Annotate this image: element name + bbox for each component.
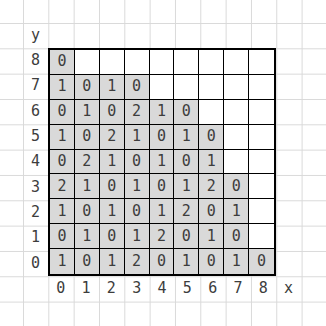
cell-empty xyxy=(249,50,274,75)
cell-value: 0 xyxy=(50,50,75,75)
col-labels: 012345678 xyxy=(48,276,276,301)
x-axis-label: x xyxy=(276,276,301,301)
cell-empty xyxy=(150,75,175,100)
cell-empty xyxy=(249,125,274,150)
cell-value: 0 xyxy=(199,249,224,274)
cell-value: 0 xyxy=(125,150,150,175)
y-tick-label: 3 xyxy=(23,175,48,200)
cell-value: 1 xyxy=(50,199,75,224)
cell-value: 0 xyxy=(75,249,100,274)
cell-value: 0 xyxy=(150,174,175,199)
cell-value: 1 xyxy=(150,199,175,224)
cell-value: 1 xyxy=(125,174,150,199)
cell-empty xyxy=(75,50,100,75)
cell-value: 1 xyxy=(125,224,150,249)
cell-value: 2 xyxy=(150,224,175,249)
y-tick-label: 1 xyxy=(23,225,48,250)
cell-value: 0 xyxy=(174,224,199,249)
cell-value: 1 xyxy=(174,125,199,150)
y-tick-label: 8 xyxy=(23,48,48,73)
cell-empty xyxy=(249,174,274,199)
cell-empty xyxy=(224,125,249,150)
cell-value: 1 xyxy=(150,100,175,125)
cell-value: 1 xyxy=(224,199,249,224)
cell-value: 0 xyxy=(75,75,100,100)
cell-empty xyxy=(249,224,274,249)
cell-value: 2 xyxy=(125,249,150,274)
cell-value: 0 xyxy=(174,150,199,175)
cell-value: 1 xyxy=(125,125,150,150)
cell-empty xyxy=(224,50,249,75)
cell-value: 1 xyxy=(100,199,125,224)
cell-empty xyxy=(224,100,249,125)
cell-empty xyxy=(249,199,274,224)
cell-empty xyxy=(125,50,150,75)
cell-empty xyxy=(224,150,249,175)
cell-empty xyxy=(249,75,274,100)
y-tick-label: 0 xyxy=(23,251,48,276)
board: 0101001021010210100210101210101201010120… xyxy=(48,48,276,276)
cell-value: 0 xyxy=(150,125,175,150)
cell-value: 2 xyxy=(75,150,100,175)
cell-value: 1 xyxy=(100,75,125,100)
cell-value: 0 xyxy=(100,100,125,125)
x-tick-label: 0 xyxy=(48,276,73,301)
cell-empty xyxy=(199,50,224,75)
cell-value: 1 xyxy=(75,224,100,249)
spreadsheet-background: y 876543210 0101001021010210100210101210… xyxy=(0,0,326,326)
cell-value: 0 xyxy=(249,249,274,274)
x-tick-label: 8 xyxy=(251,276,276,301)
cell-empty xyxy=(199,75,224,100)
cell-value: 1 xyxy=(199,150,224,175)
x-tick-label: 4 xyxy=(149,276,174,301)
cell-value: 1 xyxy=(199,224,224,249)
cell-value: 0 xyxy=(150,249,175,274)
y-tick-label: 4 xyxy=(23,149,48,174)
y-tick-label: 5 xyxy=(23,124,48,149)
cell-value: 0 xyxy=(50,224,75,249)
y-tick-label: 2 xyxy=(23,200,48,225)
cell-value: 2 xyxy=(50,174,75,199)
cell-empty xyxy=(199,100,224,125)
cell-value: 1 xyxy=(174,249,199,274)
cell-value: 0 xyxy=(50,100,75,125)
cell-value: 1 xyxy=(50,249,75,274)
cell-empty xyxy=(100,50,125,75)
cell-empty xyxy=(224,75,249,100)
cell-value: 0 xyxy=(224,174,249,199)
cell-value: 1 xyxy=(50,125,75,150)
cell-value: 0 xyxy=(125,75,150,100)
cell-value: 0 xyxy=(125,199,150,224)
cell-value: 0 xyxy=(100,174,125,199)
x-tick-label: 5 xyxy=(175,276,200,301)
cell-value: 1 xyxy=(100,150,125,175)
cell-empty xyxy=(174,50,199,75)
x-tick-label: 3 xyxy=(124,276,149,301)
cell-empty xyxy=(150,50,175,75)
cell-value: 0 xyxy=(75,125,100,150)
cell-value: 1 xyxy=(75,100,100,125)
cell-value: 0 xyxy=(75,199,100,224)
cell-value: 1 xyxy=(100,249,125,274)
row-labels: 876543210 xyxy=(23,48,48,276)
cell-value: 1 xyxy=(50,75,75,100)
cell-value: 2 xyxy=(199,174,224,199)
cell-value: 0 xyxy=(224,224,249,249)
cell-empty xyxy=(249,100,274,125)
x-tick-label: 1 xyxy=(73,276,98,301)
cell-value: 1 xyxy=(75,174,100,199)
cell-value: 1 xyxy=(224,249,249,274)
cell-value: 2 xyxy=(100,125,125,150)
cell-value: 2 xyxy=(125,100,150,125)
y-tick-label: 7 xyxy=(23,73,48,98)
cell-value: 1 xyxy=(150,150,175,175)
cell-value: 0 xyxy=(100,224,125,249)
y-tick-label: 6 xyxy=(23,99,48,124)
x-tick-label: 6 xyxy=(200,276,225,301)
x-tick-label: 2 xyxy=(99,276,124,301)
cell-value: 2 xyxy=(174,199,199,224)
cell-empty xyxy=(174,75,199,100)
y-axis-label: y xyxy=(23,23,48,48)
cell-empty xyxy=(249,150,274,175)
cell-value: 1 xyxy=(174,174,199,199)
cell-value: 0 xyxy=(50,150,75,175)
cell-value: 0 xyxy=(199,199,224,224)
cell-value: 0 xyxy=(174,100,199,125)
x-tick-label: 7 xyxy=(225,276,250,301)
cell-value: 0 xyxy=(199,125,224,150)
